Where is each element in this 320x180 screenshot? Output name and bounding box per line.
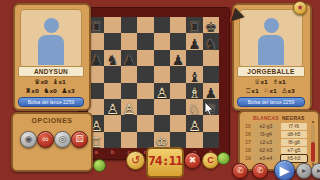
square-g5[interactable]: ♝ xyxy=(186,66,202,82)
white-move[interactable]: e3-e4 xyxy=(253,155,279,162)
square-e7[interactable] xyxy=(154,33,170,49)
square-e8[interactable] xyxy=(154,17,170,33)
move-list-scrollbar[interactable] xyxy=(311,124,315,164)
file-label-b: b xyxy=(104,149,120,157)
move-header-black: NEGRAS xyxy=(282,115,305,121)
right-player-name: JORGEBALLE xyxy=(237,66,305,77)
move-number: 17 xyxy=(244,139,252,146)
option-dice-button[interactable]: ⚄ xyxy=(71,131,88,148)
square-g3[interactable]: ♘ xyxy=(186,99,202,115)
square-e4[interactable]: ♙ xyxy=(154,83,170,99)
right-captured-row2: ♖x1 ♘x1 ♙x3 xyxy=(236,87,304,96)
square-b1[interactable] xyxy=(104,132,120,148)
move-number: 15 xyxy=(244,123,252,130)
option-infinity-button[interactable]: ∞ xyxy=(37,131,54,148)
right-turn-light xyxy=(217,152,230,165)
black-move[interactable]: d8-h5 xyxy=(281,131,307,138)
square-f5[interactable] xyxy=(170,66,186,82)
square-e5[interactable] xyxy=(154,66,170,82)
square-b2[interactable] xyxy=(104,115,120,131)
square-d2[interactable] xyxy=(137,115,153,131)
square-c6[interactable]: ♟ xyxy=(121,50,137,66)
square-d4[interactable] xyxy=(137,83,153,99)
move-row-15[interactable]: 15e2-g3f7-f6 xyxy=(244,123,308,130)
move-row-19[interactable]: 19e3-e4h5-h3 xyxy=(244,155,308,162)
nav-forward-button[interactable]: ▸ xyxy=(296,163,312,179)
scrollbar-thumb[interactable] xyxy=(311,142,315,162)
square-c4[interactable] xyxy=(121,83,137,99)
square-d1[interactable] xyxy=(137,132,153,148)
move-number: 16 xyxy=(244,131,252,138)
square-d6[interactable] xyxy=(137,50,153,66)
square-c3[interactable]: ♙ xyxy=(121,99,137,115)
square-f2[interactable] xyxy=(170,115,186,131)
move-header-white: BLANCAS xyxy=(253,115,279,121)
square-e1[interactable]: ♔ xyxy=(154,132,170,148)
square-f1[interactable] xyxy=(170,132,186,148)
left-player-card: ANDYSUN ♛x0 ♝x1 ♜x0 ♞x0 ♟x3 Bolsa del la… xyxy=(13,3,91,111)
left-captured-row2: ♜x0 ♞x0 ♟x3 xyxy=(16,87,84,96)
square-b3[interactable]: ♙ xyxy=(104,99,120,115)
mouse-cursor-icon xyxy=(204,102,214,115)
move-row-17[interactable]: 17c2-c3f8-g8 xyxy=(244,139,308,146)
square-b5[interactable] xyxy=(104,66,120,82)
nav-end-button[interactable]: ▸ xyxy=(311,163,320,179)
call-phone-button[interactable]: ✆ xyxy=(252,163,268,179)
square-g6[interactable] xyxy=(186,50,202,66)
square-d7[interactable] xyxy=(137,33,153,49)
square-b7[interactable] xyxy=(104,33,120,49)
white-move[interactable]: e2-g3 xyxy=(253,123,279,130)
gold-badge-icon[interactable]: ★ xyxy=(293,1,307,15)
left-player-name: ANDYSUN xyxy=(18,66,84,77)
square-d5[interactable] xyxy=(137,66,153,82)
square-g4[interactable]: ♗ xyxy=(186,83,202,99)
square-e2[interactable] xyxy=(154,115,170,131)
options-title: OPCIONES xyxy=(13,117,91,124)
square-b4[interactable] xyxy=(104,83,120,99)
left-avatar-head xyxy=(44,18,59,33)
right-captured-row1: ♕x1 ♗x1 xyxy=(236,78,304,87)
left-avatar xyxy=(20,9,82,68)
square-h7[interactable]: ♞ xyxy=(203,33,219,49)
left-turn-light xyxy=(93,159,106,172)
square-g1[interactable] xyxy=(186,132,202,148)
black-move[interactable]: f7-f6 xyxy=(281,123,307,130)
square-h1[interactable] xyxy=(203,132,219,148)
square-f4[interactable] xyxy=(170,83,186,99)
square-f6[interactable]: ♟ xyxy=(170,50,186,66)
square-d3[interactable] xyxy=(137,99,153,115)
move-row-16[interactable]: 16f3-g4d8-h5 xyxy=(244,131,308,138)
white-move[interactable]: f3-g4 xyxy=(253,131,279,138)
square-f7[interactable] xyxy=(170,33,186,49)
square-b6[interactable]: ♞ xyxy=(104,50,120,66)
square-c1[interactable] xyxy=(121,132,137,148)
square-g7[interactable]: ♟ xyxy=(186,33,202,49)
right-avatar-head xyxy=(264,18,279,33)
square-g2[interactable]: ♙ xyxy=(186,115,202,131)
move-row-18[interactable]: 18b2-b3e7-g5 xyxy=(244,147,308,154)
flip-board-button[interactable]: ↺ xyxy=(126,151,145,170)
square-b8[interactable] xyxy=(104,17,120,33)
move-timer: 74:11 xyxy=(146,147,184,178)
square-h5[interactable] xyxy=(203,66,219,82)
left-captured-row1: ♛x0 ♝x1 xyxy=(16,78,84,87)
hangup-phone-button[interactable]: ✆ xyxy=(232,163,248,179)
square-c2[interactable] xyxy=(121,115,137,131)
square-f3[interactable] xyxy=(170,99,186,115)
white-move[interactable]: b2-b3 xyxy=(253,147,279,154)
option-stone-button[interactable]: ◉ xyxy=(20,131,37,148)
chess-board[interactable]: ♜♜♚♟♞♟♞♟♟♝♙♗♟♙♙♘♛♙♙♖♔ xyxy=(88,17,219,148)
left-pot-bar: Bolsa del lance 2259 xyxy=(18,97,84,107)
right-avatar-body xyxy=(258,35,284,65)
square-h6[interactable] xyxy=(203,50,219,66)
close-button[interactable]: ✖ xyxy=(184,152,201,169)
right-pot-bar: Bolsa del lance 2259 xyxy=(237,97,305,107)
move-number: 18 xyxy=(244,147,252,154)
square-e3[interactable] xyxy=(154,99,170,115)
black-move[interactable]: f8-g8 xyxy=(281,139,307,146)
move-number: 19 xyxy=(244,155,252,162)
black-move[interactable]: e7-g5 xyxy=(281,147,307,154)
square-c8[interactable] xyxy=(121,17,137,33)
square-h8[interactable]: ♚ xyxy=(203,17,219,33)
square-g8[interactable]: ♜ xyxy=(186,17,202,33)
left-avatar-body xyxy=(38,35,64,65)
square-c7[interactable] xyxy=(121,33,137,49)
white-move[interactable]: c2-c3 xyxy=(253,139,279,146)
square-f8[interactable] xyxy=(170,17,186,33)
square-d8[interactable] xyxy=(137,17,153,33)
square-e6[interactable] xyxy=(154,50,170,66)
primary-action-button[interactable]: ▶ xyxy=(274,160,295,180)
square-h4[interactable]: ♟ xyxy=(203,83,219,99)
square-c5[interactable] xyxy=(121,66,137,82)
square-h2[interactable] xyxy=(203,115,219,131)
option-coin-button[interactable]: ◎ xyxy=(54,131,71,148)
options-panel: OPCIONES ◉∞◎⚄ xyxy=(11,112,93,172)
